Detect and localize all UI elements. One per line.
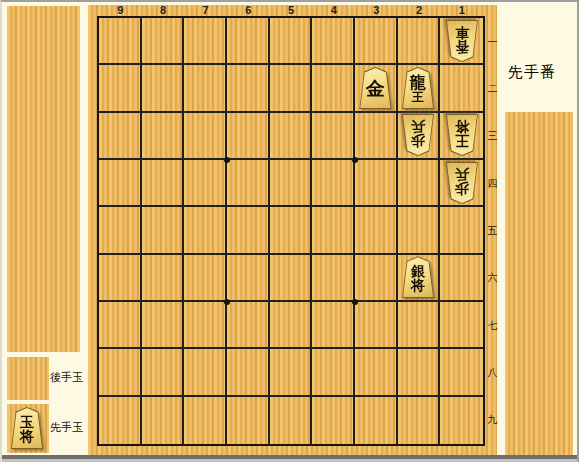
shogi-piece-gold-sente[interactable]: 金: [358, 67, 392, 109]
board-square-3四[interactable]: [355, 160, 398, 207]
board-grid: 香車金龍王歩兵王将歩兵銀将: [97, 16, 485, 446]
board-square-4六[interactable]: [312, 255, 355, 302]
board-square-4四[interactable]: [312, 160, 355, 207]
piece-kanji: 歩: [455, 181, 469, 195]
gote-king-tray[interactable]: [7, 357, 49, 400]
gote-king-tray-label: 後手玉: [50, 371, 90, 384]
shogi-piece-dragon-sente[interactable]: 龍王: [401, 67, 435, 109]
board-square-9六[interactable]: [99, 255, 142, 302]
board-square-5六[interactable]: [270, 255, 313, 302]
file-label-7: 7: [184, 4, 227, 16]
board-square-9五[interactable]: [99, 207, 142, 254]
shogi-piece-pawn-gote[interactable]: 歩兵: [401, 114, 435, 156]
board-square-1三[interactable]: 王将: [440, 113, 483, 160]
board-square-1八[interactable]: [440, 349, 483, 396]
board-square-4五[interactable]: [312, 207, 355, 254]
board-square-3八[interactable]: [355, 349, 398, 396]
file-label-5: 5: [270, 4, 313, 16]
board-square-8二[interactable]: [142, 65, 185, 112]
piece-kanji: 歩: [411, 134, 425, 148]
piece-kanji: 兵: [455, 167, 469, 181]
hoshi-dot: [224, 157, 230, 163]
piece-body: 香車: [445, 20, 479, 62]
rank-label-7: 七: [486, 302, 499, 349]
board-square-8六[interactable]: [142, 255, 185, 302]
tsume-shogi-editor-window: 後手玉 玉将 先手玉 987654321 一二三四五六七八九 香車金龍王歩兵王将…: [0, 0, 579, 462]
board-square-5五[interactable]: [270, 207, 313, 254]
board-square-1七[interactable]: [440, 302, 483, 349]
board-square-2一[interactable]: [398, 18, 441, 65]
board-square-7五[interactable]: [184, 207, 227, 254]
board-square-6四[interactable]: [227, 160, 270, 207]
piece-kanji: 玉: [20, 416, 34, 430]
board-square-1六[interactable]: [440, 255, 483, 302]
board-square-1五[interactable]: [440, 207, 483, 254]
board-square-7八[interactable]: [184, 349, 227, 396]
board-square-2二[interactable]: 龍王: [398, 65, 441, 112]
piece-kanji: 銀: [411, 265, 425, 279]
board-square-5七[interactable]: [270, 302, 313, 349]
rank-label-1: 一: [486, 18, 499, 65]
file-label-1: 1: [440, 4, 483, 16]
piece-face: 歩兵: [446, 163, 478, 203]
board-square-4二[interactable]: [312, 65, 355, 112]
window-bottom-edge: [2, 455, 579, 462]
board-square-7九[interactable]: [184, 397, 227, 444]
board-square-2五[interactable]: [398, 207, 441, 254]
rank-label-8: 八: [486, 349, 499, 396]
board-square-2九[interactable]: [398, 397, 441, 444]
piece-kanji: 車: [455, 25, 469, 39]
shogi-piece-lance-gote[interactable]: 香車: [445, 20, 479, 62]
piece-body: 歩兵: [445, 162, 479, 204]
board-square-4一[interactable]: [312, 18, 355, 65]
piece-kanji: 将: [411, 279, 425, 293]
board-square-5三[interactable]: [270, 113, 313, 160]
board-square-7一[interactable]: [184, 18, 227, 65]
board-square-7二[interactable]: [184, 65, 227, 112]
sente-king-tray[interactable]: 玉将: [7, 404, 49, 453]
piece-kanji: 兵: [411, 120, 425, 134]
board-square-9九[interactable]: [99, 397, 142, 444]
board-square-6七[interactable]: [227, 302, 270, 349]
file-label-2: 2: [398, 4, 441, 16]
board-square-9七[interactable]: [99, 302, 142, 349]
board-square-8一[interactable]: [142, 18, 185, 65]
rank-label-9: 九: [486, 397, 499, 444]
piece-kanji: 将: [20, 430, 34, 444]
board-square-8九[interactable]: [142, 397, 185, 444]
file-label-4: 4: [312, 4, 355, 16]
piece-face: 金: [359, 68, 391, 108]
piece-body: 王将: [445, 114, 479, 156]
piece-kanji: 王: [455, 134, 469, 148]
turn-indicator: 先手番: [508, 63, 574, 82]
board-square-9二[interactable]: [99, 65, 142, 112]
hoshi-dot: [224, 299, 230, 305]
piece-body: 玉将: [10, 407, 44, 449]
board-square-2八[interactable]: [398, 349, 441, 396]
file-coordinate-labels: 987654321: [99, 4, 483, 16]
board-square-7七[interactable]: [184, 302, 227, 349]
shogi-piece-silver-sente[interactable]: 銀将: [401, 256, 435, 298]
rank-label-2: 二: [486, 65, 499, 112]
board-square-5八[interactable]: [270, 349, 313, 396]
board-square-6八[interactable]: [227, 349, 270, 396]
shogi-piece-king-sente[interactable]: 玉将: [10, 407, 44, 449]
gote-hand-piece-stand[interactable]: [7, 6, 80, 352]
board-square-8八[interactable]: [142, 349, 185, 396]
sente-king-tray-label: 先手玉: [50, 421, 90, 434]
board-square-6三[interactable]: [227, 113, 270, 160]
board-square-5四[interactable]: [270, 160, 313, 207]
board-square-6六[interactable]: [227, 255, 270, 302]
board-square-5一[interactable]: [270, 18, 313, 65]
board-square-7四[interactable]: [184, 160, 227, 207]
rank-label-4: 四: [486, 160, 499, 207]
board-square-3九[interactable]: [355, 397, 398, 444]
board-square-4九[interactable]: [312, 397, 355, 444]
shogi-piece-king-gote[interactable]: 王将: [445, 114, 479, 156]
piece-face: 玉将: [11, 408, 43, 448]
shogi-piece-pawn-gote[interactable]: 歩兵: [445, 162, 479, 204]
board-square-3二[interactable]: 金: [355, 65, 398, 112]
board-square-3七[interactable]: [355, 302, 398, 349]
piece-kanji: 金: [366, 79, 385, 99]
board-square-3三[interactable]: [355, 113, 398, 160]
board-square-8三[interactable]: [142, 113, 185, 160]
board-square-3六[interactable]: [355, 255, 398, 302]
rank-label-5: 五: [486, 207, 499, 254]
board-square-4七[interactable]: [312, 302, 355, 349]
board-square-8四[interactable]: [142, 160, 185, 207]
piece-kanji: 香: [455, 39, 469, 53]
board-square-9三[interactable]: [99, 113, 142, 160]
board-square-1二[interactable]: [440, 65, 483, 112]
board-square-8七[interactable]: [142, 302, 185, 349]
piece-face: 王将: [446, 115, 478, 155]
piece-face: 龍王: [402, 68, 434, 108]
piece-body: 金: [358, 67, 392, 109]
board-square-1九[interactable]: [440, 397, 483, 444]
rank-coordinate-labels: 一二三四五六七八九: [486, 18, 499, 444]
file-label-8: 8: [142, 4, 185, 16]
rank-label-6: 六: [486, 255, 499, 302]
board-square-6二[interactable]: [227, 65, 270, 112]
board-square-6一[interactable]: [227, 18, 270, 65]
board-square-3一[interactable]: [355, 18, 398, 65]
board-square-9四[interactable]: [99, 160, 142, 207]
sente-hand-piece-stand[interactable]: [505, 112, 573, 455]
piece-kanji: 将: [455, 120, 469, 134]
board-square-4八[interactable]: [312, 349, 355, 396]
board-square-6五[interactable]: [227, 207, 270, 254]
board-square-2六[interactable]: 銀将: [398, 255, 441, 302]
file-label-3: 3: [355, 4, 398, 16]
piece-face: 歩兵: [402, 115, 434, 155]
board-square-2七[interactable]: [398, 302, 441, 349]
board-square-6九[interactable]: [227, 397, 270, 444]
board-square-5九[interactable]: [270, 397, 313, 444]
rank-label-3: 三: [486, 113, 499, 160]
piece-face: 銀将: [402, 257, 434, 297]
board-square-7三[interactable]: [184, 113, 227, 160]
board-square-9一[interactable]: [99, 18, 142, 65]
board-square-8五[interactable]: [142, 207, 185, 254]
board-square-9八[interactable]: [99, 349, 142, 396]
board-square-4三[interactable]: [312, 113, 355, 160]
board-square-2四[interactable]: [398, 160, 441, 207]
piece-body: 歩兵: [401, 114, 435, 156]
hoshi-dot: [352, 157, 358, 163]
board-square-5二[interactable]: [270, 65, 313, 112]
board-square-1四[interactable]: 歩兵: [440, 160, 483, 207]
file-label-9: 9: [99, 4, 142, 16]
board-square-1一[interactable]: 香車: [440, 18, 483, 65]
file-label-6: 6: [227, 4, 270, 16]
board-square-3五[interactable]: [355, 207, 398, 254]
piece-kanji: 龍: [410, 75, 426, 91]
board-square-7六[interactable]: [184, 255, 227, 302]
piece-kanji: 王: [412, 91, 424, 103]
piece-body: 銀将: [401, 256, 435, 298]
board-square-2三[interactable]: 歩兵: [398, 113, 441, 160]
piece-face: 香車: [446, 21, 478, 61]
piece-body: 龍王: [401, 67, 435, 109]
hoshi-dot: [352, 299, 358, 305]
